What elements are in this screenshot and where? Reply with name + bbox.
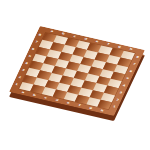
rank-label-right-1: 1 <box>112 106 116 109</box>
square-h1 <box>97 100 111 110</box>
file-label-bottom-f: f <box>78 104 81 107</box>
rank-label-left-3: 3 <box>21 69 25 72</box>
rank-label-right-6: 6 <box>129 70 133 73</box>
file-label-top-e: e <box>95 40 99 43</box>
rank-label-left-5: 5 <box>28 55 32 58</box>
rank-label-right-4: 4 <box>122 84 126 87</box>
rank-label-right-5: 5 <box>126 77 130 80</box>
file-label-bottom-a: a <box>21 91 25 94</box>
file-label-top-h: h <box>129 48 133 51</box>
file-label-top-c: c <box>73 35 76 38</box>
rank-label-right-8: 8 <box>136 56 140 59</box>
rank-label-right-3: 3 <box>119 91 123 94</box>
chessboard-playing-field <box>19 32 136 109</box>
file-label-bottom-c: c <box>44 96 47 99</box>
chessboard: aa88bb77cc66dd55ee44ff33gg22hh11 <box>9 26 145 116</box>
file-label-top-d: d <box>84 38 88 41</box>
file-label-top-g: g <box>118 45 122 48</box>
rank-label-left-2: 2 <box>18 76 22 79</box>
rank-label-left-4: 4 <box>25 62 29 65</box>
file-label-top-b: b <box>61 32 65 35</box>
rank-label-left-1: 1 <box>15 83 19 86</box>
file-label-bottom-e: e <box>66 102 70 105</box>
file-label-bottom-h: h <box>100 109 104 112</box>
rank-label-right-2: 2 <box>116 98 120 101</box>
rank-label-left-6: 6 <box>31 48 35 51</box>
file-label-bottom-g: g <box>89 107 93 110</box>
product-photo-scene: aa88bb77cc66dd55ee44ff33gg22hh11 <box>0 0 150 150</box>
rank-label-left-8: 8 <box>38 34 42 37</box>
rank-label-right-7: 7 <box>132 63 136 66</box>
file-label-top-a: a <box>50 30 54 33</box>
rank-label-left-7: 7 <box>35 41 39 44</box>
file-label-bottom-b: b <box>33 94 37 97</box>
file-label-top-f: f <box>107 43 110 46</box>
file-label-bottom-d: d <box>55 99 59 102</box>
